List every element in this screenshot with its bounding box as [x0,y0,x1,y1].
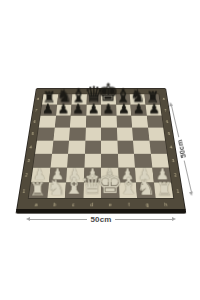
black-pawn[interactable]: ♟ [88,103,100,116]
square-h7[interactable]: ♟ [145,105,161,116]
black-pawn[interactable]: ♟ [118,103,130,116]
square-b6[interactable] [54,116,70,128]
square-a7[interactable]: ♟ [40,105,56,116]
file-label: h [156,201,175,208]
black-pawn[interactable]: ♟ [133,103,145,116]
arrowhead-right-icon [172,217,176,221]
square-a4[interactable] [35,140,53,153]
file-label: e [101,201,120,208]
chessboard: ♜♞♝♛♚♝♞♜♟♟♟♟♟♟♟♟♟♟♟♟♟♟♟♟♜♞♝♛♚♝♞♜ abcdefg… [16,88,186,211]
square-e7[interactable]: ♟ [101,105,116,116]
square-c6[interactable] [70,116,86,128]
square-d6[interactable] [85,116,101,128]
black-pawn[interactable]: ♟ [148,103,160,116]
square-e6[interactable] [101,116,117,128]
file-label: g [138,201,157,208]
square-g5[interactable] [132,128,149,140]
file-labels: abcdefgh [26,201,175,208]
square-g4[interactable] [133,140,150,153]
square-f4[interactable] [117,140,134,153]
square-b5[interactable] [53,128,70,140]
black-pawn[interactable]: ♟ [103,103,115,116]
board-squares: ♜♞♝♛♚♝♞♜♟♟♟♟♟♟♟♟♟♟♟♟♟♟♟♟♜♞♝♛♚♝♞♜ [28,94,175,199]
white-knight[interactable]: ♞ [46,177,65,198]
file-label: f [119,201,138,208]
white-rook[interactable]: ♜ [30,180,47,199]
dimension-line [183,161,191,192]
square-f6[interactable] [116,116,132,128]
square-c4[interactable] [68,140,85,153]
black-pawn[interactable]: ♟ [57,103,69,116]
square-e4[interactable] [101,140,117,153]
square-g7[interactable]: ♟ [130,105,146,116]
square-f5[interactable] [117,128,133,140]
black-pawn[interactable]: ♟ [72,103,84,116]
square-g1[interactable]: ♞ [136,182,155,198]
file-label: d [82,201,101,208]
square-g6[interactable] [131,116,147,128]
square-f7[interactable]: ♟ [116,105,132,116]
square-f1[interactable]: ♝ [118,182,137,198]
square-e5[interactable] [101,128,117,140]
white-rook[interactable]: ♜ [156,180,173,199]
white-bishop[interactable]: ♝ [118,176,138,198]
square-c7[interactable]: ♟ [71,105,87,116]
black-pawn[interactable]: ♟ [42,103,54,116]
square-c5[interactable] [69,128,85,140]
square-a6[interactable] [39,116,56,128]
arrowhead-top-icon [168,102,173,107]
white-knight[interactable]: ♞ [136,177,155,198]
file-label: a [26,201,45,208]
dimension-line [30,219,87,220]
square-d4[interactable] [85,140,101,153]
square-d5[interactable] [85,128,101,140]
square-b4[interactable] [52,140,69,153]
dimension-line [171,106,179,137]
product-photo: ♜♞♝♛♚♝♞♜♟♟♟♟♟♟♟♟♟♟♟♟♟♟♟♟♜♞♝♛♚♝♞♜ abcdefg… [0,0,200,300]
square-d7[interactable]: ♟ [86,105,101,116]
square-a5[interactable] [37,128,54,140]
square-h6[interactable] [146,116,163,128]
square-e1[interactable]: ♚ [101,182,119,198]
file-label: b [45,201,64,208]
file-label: c [64,201,83,208]
square-b7[interactable]: ♟ [56,105,72,116]
square-h4[interactable] [149,140,167,153]
square-h5[interactable] [148,128,165,140]
rank-label: 1 [173,183,183,199]
width-dimension-label: 50cm [87,215,114,224]
width-dimension: 50cm [26,214,176,224]
square-h1[interactable]: ♜ [153,182,173,198]
dimension-line [115,219,172,220]
